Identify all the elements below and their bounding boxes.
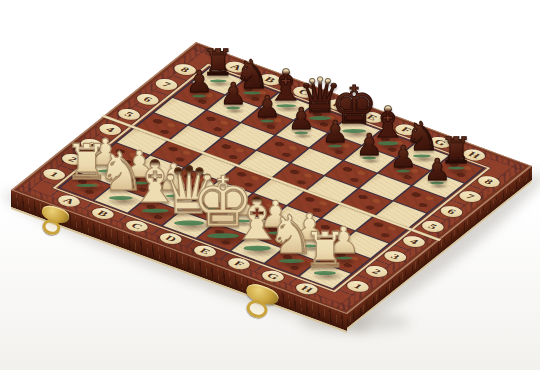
chess-set-photo: AA11BB22CC33DD44EE55FF66GG77HH88 ♜♞♟♝♟♛♟…: [0, 0, 540, 370]
piece-black-pawn-b7[interactable]: ♟: [220, 79, 247, 109]
piece-white-rook-h1[interactable]: ♜: [303, 226, 347, 275]
piece-black-pawn-d7[interactable]: ♟: [288, 104, 315, 134]
piece-black-pawn-e7[interactable]: ♟: [322, 117, 349, 147]
piece-black-pawn-g7[interactable]: ♟: [390, 142, 417, 172]
piece-black-pawn-f7[interactable]: ♟: [356, 130, 383, 160]
piece-black-pawn-a7[interactable]: ♟: [186, 67, 213, 97]
piece-black-pawn-h7[interactable]: ♟: [424, 155, 451, 185]
piece-black-pawn-c7[interactable]: ♟: [254, 92, 281, 122]
